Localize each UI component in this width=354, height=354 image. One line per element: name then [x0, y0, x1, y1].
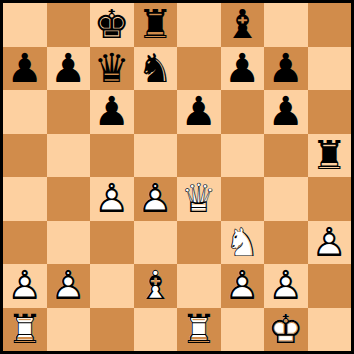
square-f8[interactable]: ♝ [221, 3, 265, 47]
square-e7[interactable] [177, 47, 221, 91]
white-rook-outline-glyph: ♖ [177, 308, 221, 352]
square-b8[interactable] [47, 3, 91, 47]
square-c3[interactable] [90, 221, 134, 265]
square-e1[interactable]: ♜♖ [177, 308, 221, 352]
square-e8[interactable] [177, 3, 221, 47]
black-pawn-glyph: ♟ [177, 90, 221, 134]
white-bishop-outline-glyph: ♗ [134, 264, 178, 308]
piece-white-pawn[interactable]: ♟♙ [221, 264, 265, 308]
piece-black-pawn[interactable]: ♟ [47, 47, 91, 91]
square-f1[interactable] [221, 308, 265, 352]
square-g3[interactable] [264, 221, 308, 265]
white-king-outline-glyph: ♔ [264, 308, 308, 352]
square-h3[interactable]: ♟♙ [308, 221, 352, 265]
piece-black-king[interactable]: ♚ [90, 3, 134, 47]
square-b1[interactable] [47, 308, 91, 352]
piece-white-rook[interactable]: ♜♖ [3, 308, 47, 352]
black-knight-glyph: ♞ [134, 47, 178, 91]
square-g6[interactable]: ♟ [264, 90, 308, 134]
square-e4[interactable]: ♛♕ [177, 177, 221, 221]
white-pawn-outline-glyph: ♙ [47, 264, 91, 308]
black-pawn-glyph: ♟ [264, 90, 308, 134]
piece-white-pawn[interactable]: ♟♙ [308, 221, 352, 265]
square-b5[interactable] [47, 134, 91, 178]
square-a6[interactable] [3, 90, 47, 134]
square-c2[interactable] [90, 264, 134, 308]
piece-black-pawn[interactable]: ♟ [3, 47, 47, 91]
square-h1[interactable] [308, 308, 352, 352]
square-e5[interactable] [177, 134, 221, 178]
square-e3[interactable] [177, 221, 221, 265]
piece-black-pawn[interactable]: ♟ [264, 47, 308, 91]
piece-white-rook[interactable]: ♜♖ [177, 308, 221, 352]
square-c7[interactable]: ♛ [90, 47, 134, 91]
piece-black-bishop[interactable]: ♝ [221, 3, 265, 47]
white-knight-outline-glyph: ♘ [221, 221, 265, 265]
square-d1[interactable] [134, 308, 178, 352]
square-a5[interactable] [3, 134, 47, 178]
piece-black-queen[interactable]: ♛ [90, 47, 134, 91]
white-pawn-outline-glyph: ♙ [221, 264, 265, 308]
square-c1[interactable] [90, 308, 134, 352]
square-h7[interactable] [308, 47, 352, 91]
black-rook-glyph: ♜ [134, 3, 178, 47]
square-a7[interactable]: ♟ [3, 47, 47, 91]
square-a3[interactable] [3, 221, 47, 265]
piece-white-pawn[interactable]: ♟♙ [3, 264, 47, 308]
square-c4[interactable]: ♟♙ [90, 177, 134, 221]
piece-white-pawn[interactable]: ♟♙ [47, 264, 91, 308]
piece-white-pawn[interactable]: ♟♙ [264, 264, 308, 308]
square-g1[interactable]: ♚♔ [264, 308, 308, 352]
white-pawn-outline-glyph: ♙ [90, 177, 134, 221]
board-frame: ♚♜♝♟♟♛♞♟♟♟♟♟♜♟♙♟♙♛♕♞♘♟♙♟♙♟♙♝♗♟♙♟♙♜♖♜♖♚♔ [0, 0, 354, 354]
piece-black-rook[interactable]: ♜ [308, 134, 352, 178]
white-pawn-outline-glyph: ♙ [264, 264, 308, 308]
square-b4[interactable] [47, 177, 91, 221]
square-a1[interactable]: ♜♖ [3, 308, 47, 352]
piece-black-pawn[interactable]: ♟ [264, 90, 308, 134]
white-pawn-outline-glyph: ♙ [134, 177, 178, 221]
square-g5[interactable] [264, 134, 308, 178]
square-h2[interactable] [308, 264, 352, 308]
piece-black-pawn[interactable]: ♟ [177, 90, 221, 134]
square-d7[interactable]: ♞ [134, 47, 178, 91]
black-pawn-glyph: ♟ [264, 47, 308, 91]
square-b3[interactable] [47, 221, 91, 265]
square-d5[interactable] [134, 134, 178, 178]
piece-white-queen[interactable]: ♛♕ [177, 177, 221, 221]
white-pawn-outline-glyph: ♙ [3, 264, 47, 308]
square-b7[interactable]: ♟ [47, 47, 91, 91]
black-pawn-glyph: ♟ [90, 90, 134, 134]
white-rook-outline-glyph: ♖ [3, 308, 47, 352]
piece-white-bishop[interactable]: ♝♗ [134, 264, 178, 308]
square-g4[interactable] [264, 177, 308, 221]
square-f6[interactable] [221, 90, 265, 134]
black-bishop-glyph: ♝ [221, 3, 265, 47]
square-g2[interactable]: ♟♙ [264, 264, 308, 308]
white-queen-outline-glyph: ♕ [177, 177, 221, 221]
square-a8[interactable] [3, 3, 47, 47]
square-h4[interactable] [308, 177, 352, 221]
square-d6[interactable] [134, 90, 178, 134]
square-d3[interactable] [134, 221, 178, 265]
square-b2[interactable]: ♟♙ [47, 264, 91, 308]
square-a2[interactable]: ♟♙ [3, 264, 47, 308]
piece-white-pawn[interactable]: ♟♙ [90, 177, 134, 221]
white-pawn-outline-glyph: ♙ [308, 221, 352, 265]
black-rook-glyph: ♜ [308, 134, 352, 178]
square-h8[interactable] [308, 3, 352, 47]
piece-white-knight[interactable]: ♞♘ [221, 221, 265, 265]
square-f7[interactable]: ♟ [221, 47, 265, 91]
square-e2[interactable] [177, 264, 221, 308]
square-d2[interactable]: ♝♗ [134, 264, 178, 308]
black-pawn-glyph: ♟ [47, 47, 91, 91]
square-h6[interactable] [308, 90, 352, 134]
square-f4[interactable] [221, 177, 265, 221]
piece-black-knight[interactable]: ♞ [134, 47, 178, 91]
piece-white-king[interactable]: ♚♔ [264, 308, 308, 352]
piece-black-pawn[interactable]: ♟ [90, 90, 134, 134]
square-f2[interactable]: ♟♙ [221, 264, 265, 308]
chess-board: ♚♜♝♟♟♛♞♟♟♟♟♟♜♟♙♟♙♛♕♞♘♟♙♟♙♟♙♝♗♟♙♟♙♜♖♜♖♚♔ [3, 3, 351, 351]
square-e6[interactable]: ♟ [177, 90, 221, 134]
black-pawn-glyph: ♟ [3, 47, 47, 91]
square-g7[interactable]: ♟ [264, 47, 308, 91]
square-b6[interactable] [47, 90, 91, 134]
square-c8[interactable]: ♚ [90, 3, 134, 47]
square-d8[interactable]: ♜ [134, 3, 178, 47]
piece-black-pawn[interactable]: ♟ [221, 47, 265, 91]
black-queen-glyph: ♛ [90, 47, 134, 91]
piece-black-rook[interactable]: ♜ [134, 3, 178, 47]
black-pawn-glyph: ♟ [221, 47, 265, 91]
square-f3[interactable]: ♞♘ [221, 221, 265, 265]
square-g8[interactable] [264, 3, 308, 47]
square-c6[interactable]: ♟ [90, 90, 134, 134]
square-c5[interactable] [90, 134, 134, 178]
square-a4[interactable] [3, 177, 47, 221]
black-king-glyph: ♚ [90, 3, 134, 47]
square-h5[interactable]: ♜ [308, 134, 352, 178]
square-d4[interactable]: ♟♙ [134, 177, 178, 221]
square-f5[interactable] [221, 134, 265, 178]
piece-white-pawn[interactable]: ♟♙ [134, 177, 178, 221]
